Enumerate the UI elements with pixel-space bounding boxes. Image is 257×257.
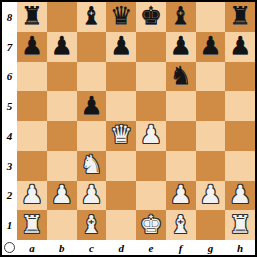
square-c3[interactable]: ♞ [77, 151, 107, 181]
chess-board-frame: 87654321 ♜♝♛♚♝♜♟♟♟♟♟♟♞♟♛♟♞♟♟♟♟♟♟♜♝♚♝♜ ab… [0, 0, 257, 257]
piece-white-pawn-h2[interactable]: ♟ [229, 182, 251, 207]
file-label-f: f [166, 242, 196, 254]
square-h4[interactable] [225, 121, 255, 151]
square-a5[interactable] [17, 91, 47, 121]
piece-black-pawn-g7[interactable]: ♟ [199, 33, 221, 58]
square-f2[interactable]: ♟ [166, 181, 196, 211]
turn-indicator-cell [2, 242, 17, 253]
square-a4[interactable] [17, 121, 47, 151]
rank-label-7: 7 [2, 32, 17, 62]
square-f3[interactable] [166, 151, 196, 181]
square-e1[interactable]: ♚ [136, 210, 166, 240]
rank-label-5: 5 [2, 91, 17, 121]
piece-white-pawn-e4[interactable]: ♟ [140, 122, 162, 147]
file-label-c: c [77, 242, 107, 254]
square-g5[interactable] [196, 91, 226, 121]
square-d2[interactable] [106, 181, 136, 211]
piece-black-pawn-d7[interactable]: ♟ [110, 33, 132, 58]
piece-white-pawn-f2[interactable]: ♟ [169, 182, 191, 207]
square-a8[interactable]: ♜ [17, 2, 47, 32]
chess-board[interactable]: ♜♝♛♚♝♜♟♟♟♟♟♟♞♟♛♟♞♟♟♟♟♟♟♜♝♚♝♜ [17, 2, 255, 240]
piece-black-rook-h8[interactable]: ♜ [229, 3, 251, 28]
square-g4[interactable] [196, 121, 226, 151]
rank-label-3: 3 [2, 151, 17, 181]
square-h6[interactable] [225, 62, 255, 92]
square-e2[interactable] [136, 181, 166, 211]
square-f6[interactable]: ♞ [166, 62, 196, 92]
square-g7[interactable]: ♟ [196, 32, 226, 62]
square-c5[interactable]: ♟ [77, 91, 107, 121]
square-d7[interactable]: ♟ [106, 32, 136, 62]
square-a1[interactable]: ♜ [17, 210, 47, 240]
piece-black-bishop-c8[interactable]: ♝ [80, 3, 102, 28]
white-to-move-indicator-icon [4, 242, 15, 253]
square-f5[interactable] [166, 91, 196, 121]
piece-black-king-e8[interactable]: ♚ [140, 3, 162, 28]
square-d6[interactable] [106, 62, 136, 92]
piece-black-bishop-f8[interactable]: ♝ [169, 3, 191, 28]
piece-black-pawn-c5[interactable]: ♟ [80, 93, 102, 118]
piece-black-pawn-a7[interactable]: ♟ [21, 33, 43, 58]
square-f4[interactable] [166, 121, 196, 151]
square-h7[interactable]: ♟ [225, 32, 255, 62]
piece-white-king-e1[interactable]: ♚ [140, 212, 162, 237]
file-label-e: e [136, 242, 166, 254]
square-d8[interactable]: ♛ [106, 2, 136, 32]
square-a2[interactable]: ♟ [17, 181, 47, 211]
square-b8[interactable] [47, 2, 77, 32]
piece-white-pawn-b2[interactable]: ♟ [50, 182, 72, 207]
square-b1[interactable] [47, 210, 77, 240]
square-g6[interactable] [196, 62, 226, 92]
rank-label-2: 2 [2, 181, 17, 211]
square-e8[interactable]: ♚ [136, 2, 166, 32]
piece-black-queen-d8[interactable]: ♛ [110, 3, 132, 28]
square-e7[interactable] [136, 32, 166, 62]
file-label-g: g [196, 242, 226, 254]
square-a3[interactable] [17, 151, 47, 181]
piece-white-rook-h1[interactable]: ♜ [229, 212, 251, 237]
square-d4[interactable]: ♛ [106, 121, 136, 151]
square-a7[interactable]: ♟ [17, 32, 47, 62]
piece-white-pawn-c2[interactable]: ♟ [80, 182, 102, 207]
bottom-strip: abcdefgh [2, 240, 255, 255]
piece-white-knight-c3[interactable]: ♞ [80, 152, 102, 177]
piece-black-pawn-b7[interactable]: ♟ [50, 33, 72, 58]
square-g8[interactable] [196, 2, 226, 32]
piece-white-bishop-c1[interactable]: ♝ [80, 212, 102, 237]
square-b7[interactable]: ♟ [47, 32, 77, 62]
rank-label-6: 6 [2, 62, 17, 92]
square-g1[interactable] [196, 210, 226, 240]
piece-white-pawn-a2[interactable]: ♟ [21, 182, 43, 207]
square-h8[interactable]: ♜ [225, 2, 255, 32]
square-b6[interactable] [47, 62, 77, 92]
square-c7[interactable] [77, 32, 107, 62]
square-e4[interactable]: ♟ [136, 121, 166, 151]
square-h5[interactable] [225, 91, 255, 121]
square-b3[interactable] [47, 151, 77, 181]
file-label-d: d [106, 242, 136, 254]
square-e5[interactable] [136, 91, 166, 121]
square-c4[interactable] [77, 121, 107, 151]
square-f8[interactable]: ♝ [166, 2, 196, 32]
square-h1[interactable]: ♜ [225, 210, 255, 240]
square-d5[interactable] [106, 91, 136, 121]
square-h2[interactable]: ♟ [225, 181, 255, 211]
piece-white-rook-a1[interactable]: ♜ [21, 212, 43, 237]
square-g2[interactable]: ♟ [196, 181, 226, 211]
square-c2[interactable]: ♟ [77, 181, 107, 211]
rank-label-4: 4 [2, 121, 17, 151]
piece-black-pawn-f7[interactable]: ♟ [169, 33, 191, 58]
square-b4[interactable] [47, 121, 77, 151]
square-e3[interactable] [136, 151, 166, 181]
piece-white-pawn-g2[interactable]: ♟ [199, 182, 221, 207]
square-f7[interactable]: ♟ [166, 32, 196, 62]
square-d3[interactable] [106, 151, 136, 181]
file-label-b: b [47, 242, 77, 254]
rank-labels-column: 87654321 [2, 2, 17, 240]
piece-black-knight-f6[interactable]: ♞ [169, 63, 191, 88]
square-f1[interactable]: ♝ [166, 210, 196, 240]
square-h3[interactable] [225, 151, 255, 181]
square-a6[interactable] [17, 62, 47, 92]
file-label-h: h [225, 242, 255, 254]
rank-label-8: 8 [2, 2, 17, 32]
rank-label-1: 1 [2, 210, 17, 240]
square-c8[interactable]: ♝ [77, 2, 107, 32]
piece-black-rook-a8[interactable]: ♜ [21, 3, 43, 28]
piece-white-queen-d4[interactable]: ♛ [110, 122, 132, 147]
square-c1[interactable]: ♝ [77, 210, 107, 240]
file-label-a: a [17, 242, 47, 254]
square-d1[interactable] [106, 210, 136, 240]
square-b2[interactable]: ♟ [47, 181, 77, 211]
square-c6[interactable] [77, 62, 107, 92]
square-b5[interactable] [47, 91, 77, 121]
square-g3[interactable] [196, 151, 226, 181]
piece-white-bishop-f1[interactable]: ♝ [169, 212, 191, 237]
square-e6[interactable] [136, 62, 166, 92]
piece-black-pawn-h7[interactable]: ♟ [229, 33, 251, 58]
